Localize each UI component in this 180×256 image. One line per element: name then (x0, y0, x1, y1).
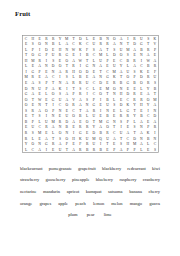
word-list-item: raspberry (119, 178, 136, 183)
word-list-item: pomegranate (49, 166, 72, 171)
word-list-item: redcurrant (127, 166, 145, 171)
grid-cell: E (104, 147, 111, 153)
grid-cell: I (43, 147, 50, 153)
word-list-item: melon (111, 201, 122, 206)
puzzle-title: Fruit (15, 10, 30, 18)
word-list-item: cranberry (143, 178, 160, 183)
word-list-item: pineapple (72, 178, 89, 183)
word-list-item: nectarine (20, 189, 36, 194)
grid-cell: A (118, 147, 125, 153)
grid-cell: C (29, 147, 36, 153)
word-list-item: grapefruit (78, 166, 96, 171)
word-list-item: grapes (39, 201, 51, 206)
grid-cell: B (97, 147, 104, 153)
grid-cell: E (145, 147, 152, 153)
grid-cell: L (138, 147, 145, 153)
word-list-line: plumpearlime (20, 212, 160, 217)
grid-cell: P (131, 147, 138, 153)
word-list-item: peach (75, 201, 85, 206)
grid-cell: E (50, 147, 57, 153)
grid-cell: S (152, 147, 159, 153)
grid-cell: P (111, 147, 118, 153)
word-list-item: strawberry (20, 178, 39, 183)
word-search-grid: CHERRYMTDLEBNOAIRUSKESONBLACKCURRANTDGTV… (22, 35, 159, 153)
grid-cell: T (63, 147, 70, 153)
grid-cell: A (70, 147, 77, 153)
word-list-item: banana (129, 189, 142, 194)
word-list-line: blackcurrantpomegranategrapefruitblackbe… (20, 166, 160, 171)
word-list-item: kumquat (86, 189, 102, 194)
word-list-item: guava (149, 201, 160, 206)
word-list-item: pear (87, 212, 95, 217)
word-list-item: plum (68, 212, 77, 217)
grid-cell: U (57, 147, 64, 153)
word-list: blackcurrantpomegranategrapefruitblackbe… (20, 166, 160, 217)
word-list-line: orangegrapesapplepeachlemonmelonmangogua… (20, 201, 160, 206)
word-list-line: strawberrygooseberrypineappleblueberryra… (20, 178, 160, 183)
word-list-line: nectarinemandarinapricotkumquatsatsumaba… (20, 189, 160, 194)
word-list-item: blackberry (102, 166, 121, 171)
grid-cell: R (90, 147, 97, 153)
word-list-item: kiwi (152, 166, 160, 171)
word-list-item: lime (104, 212, 112, 217)
word-list-item: lemon (93, 201, 104, 206)
grid-cell: B (84, 147, 91, 153)
grid-cell: R (77, 147, 84, 153)
word-list-item: gooseberry (46, 178, 66, 183)
worksheet-page: Fruit CHERRYMTDLEBNOAIRUSKESONBLACKCURRA… (0, 0, 180, 256)
word-list-item: mandarin (43, 189, 60, 194)
word-list-item: orange (20, 201, 32, 206)
grid-cell: P (124, 147, 131, 153)
word-list-item: blackcurrant (20, 166, 42, 171)
word-list-item: cherry (149, 189, 160, 194)
word-list-item: apricot (67, 189, 79, 194)
word-list-item: mango (130, 201, 142, 206)
word-list-item: blueberry (96, 178, 113, 183)
grid-cell: A (36, 147, 43, 153)
word-list-item: satsuma (108, 189, 122, 194)
word-list-item: apple (58, 201, 68, 206)
grid-cell: L (23, 147, 30, 153)
